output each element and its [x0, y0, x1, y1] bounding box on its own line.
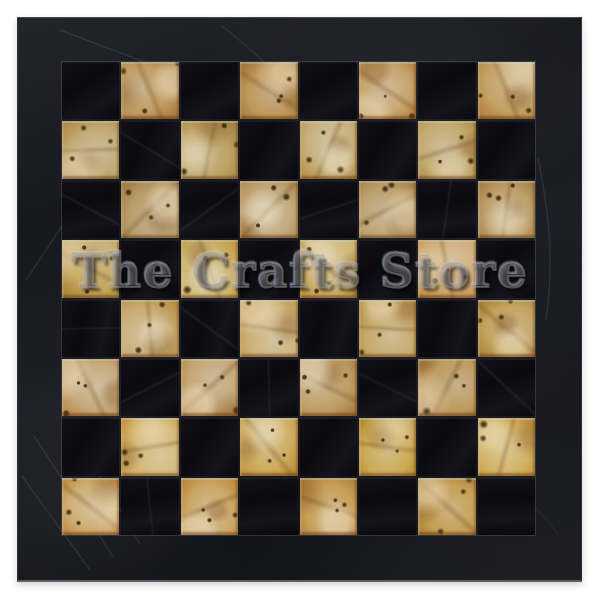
square-b6	[121, 181, 178, 238]
square-b4	[121, 300, 178, 357]
square-g6	[418, 181, 475, 238]
square-e3	[300, 359, 357, 416]
square-b2	[121, 418, 178, 475]
board-grid	[62, 62, 535, 535]
square-f5	[359, 240, 416, 297]
square-e5	[300, 240, 357, 297]
square-c4	[181, 300, 238, 357]
square-f3	[359, 359, 416, 416]
square-h5	[478, 240, 535, 297]
product-photo: The Crafts Store	[0, 0, 600, 600]
square-d1	[240, 478, 297, 535]
square-f4	[359, 300, 416, 357]
square-g8	[418, 62, 475, 119]
square-b5	[121, 240, 178, 297]
square-c3	[181, 359, 238, 416]
square-c6	[181, 181, 238, 238]
square-a2	[62, 418, 119, 475]
square-d6	[240, 181, 297, 238]
square-d3	[240, 359, 297, 416]
chess-board	[17, 17, 582, 582]
square-g4	[418, 300, 475, 357]
square-a5	[62, 240, 119, 297]
square-e1	[300, 478, 357, 535]
square-h7	[478, 121, 535, 178]
square-f8	[359, 62, 416, 119]
square-h4	[478, 300, 535, 357]
square-h8	[478, 62, 535, 119]
square-h6	[478, 181, 535, 238]
square-c1	[181, 478, 238, 535]
square-e8	[300, 62, 357, 119]
square-d5	[240, 240, 297, 297]
square-e6	[300, 181, 357, 238]
square-b8	[121, 62, 178, 119]
square-g1	[418, 478, 475, 535]
square-g7	[418, 121, 475, 178]
square-c5	[181, 240, 238, 297]
square-f7	[359, 121, 416, 178]
square-h1	[478, 478, 535, 535]
square-d8	[240, 62, 297, 119]
square-a8	[62, 62, 119, 119]
square-g3	[418, 359, 475, 416]
square-e4	[300, 300, 357, 357]
square-a4	[62, 300, 119, 357]
square-a3	[62, 359, 119, 416]
square-h2	[478, 418, 535, 475]
square-g5	[418, 240, 475, 297]
square-b7	[121, 121, 178, 178]
square-g2	[418, 418, 475, 475]
square-d7	[240, 121, 297, 178]
square-a7	[62, 121, 119, 178]
square-d2	[240, 418, 297, 475]
square-b3	[121, 359, 178, 416]
square-d4	[240, 300, 297, 357]
square-f2	[359, 418, 416, 475]
square-c7	[181, 121, 238, 178]
square-f6	[359, 181, 416, 238]
square-h3	[478, 359, 535, 416]
square-e2	[300, 418, 357, 475]
square-c8	[181, 62, 238, 119]
square-f1	[359, 478, 416, 535]
square-c2	[181, 418, 238, 475]
square-e7	[300, 121, 357, 178]
square-a1	[62, 478, 119, 535]
square-a6	[62, 181, 119, 238]
square-b1	[121, 478, 178, 535]
